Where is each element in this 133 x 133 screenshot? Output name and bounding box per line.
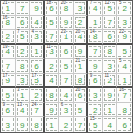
cell-r4c3[interactable]: 1 bbox=[30, 45, 45, 60]
cell-r6c2[interactable]: 3 bbox=[16, 74, 31, 89]
cell-digit: 2 bbox=[122, 5, 126, 13]
cell-digit: 2 bbox=[93, 107, 97, 115]
cell-r1c2[interactable]: 7 bbox=[16, 1, 31, 16]
cell-digit: 2 bbox=[49, 63, 53, 71]
cage-sum: 9 bbox=[89, 74, 93, 79]
cage-sum: 7 bbox=[17, 30, 21, 35]
cage-sum: 23 bbox=[60, 30, 66, 35]
cell-r6c1[interactable]: 179 bbox=[1, 74, 16, 89]
cell-r6c9[interactable]: 1 bbox=[117, 74, 132, 89]
cell-r9c1[interactable]: 3 bbox=[1, 117, 16, 132]
cell-digit: 5 bbox=[93, 122, 97, 130]
cell-r1c7[interactable]: 74 bbox=[88, 1, 103, 16]
cage-sum: 5 bbox=[118, 59, 122, 64]
cell-r2c8[interactable]: 7 bbox=[103, 16, 118, 31]
cell-digit: 8 bbox=[78, 77, 82, 85]
cell-r8c8[interactable]: 1 bbox=[103, 103, 118, 118]
cell-r3c9[interactable]: 229 bbox=[117, 30, 132, 45]
cell-r8c7[interactable]: 2 bbox=[88, 103, 103, 118]
cell-digit: 4 bbox=[49, 77, 53, 85]
cell-r8c1[interactable]: 96 bbox=[1, 103, 16, 118]
cell-digit: 6 bbox=[122, 122, 126, 130]
cell-digit: 3 bbox=[20, 77, 24, 85]
cage-sum: 4 bbox=[31, 30, 35, 35]
cell-r3c1[interactable]: 2 bbox=[1, 30, 16, 45]
cage-sum: 9 bbox=[2, 103, 6, 108]
cell-r1c1[interactable]: 211 bbox=[1, 1, 16, 16]
cell-digit: 2 bbox=[78, 19, 82, 27]
cell-r7c3[interactable]: 2 bbox=[30, 88, 45, 103]
cell-digit: 8 bbox=[6, 19, 10, 27]
cell-r3c8[interactable]: 6 bbox=[103, 30, 118, 45]
cell-digit: 6 bbox=[78, 92, 82, 100]
cell-r5c9[interactable]: 54 bbox=[117, 59, 132, 74]
cell-digit: 3 bbox=[78, 5, 82, 13]
cell-digit: 8 bbox=[20, 63, 24, 71]
cell-r9c7[interactable]: 155 bbox=[88, 117, 103, 132]
cell-digit: 4 bbox=[6, 48, 10, 56]
cell-digit: 2 bbox=[64, 122, 68, 130]
cage-sum: 24 bbox=[31, 103, 37, 108]
cell-digit: 7 bbox=[49, 33, 53, 41]
cell-digit: 7 bbox=[6, 63, 10, 71]
cage-sum: 12 bbox=[104, 1, 110, 6]
cell-digit: 9 bbox=[34, 5, 38, 13]
cell-r6c8[interactable]: 112 bbox=[103, 74, 118, 89]
cell-r5c4[interactable]: 2 bbox=[45, 59, 60, 74]
cell-digit: 1 bbox=[122, 77, 126, 85]
cell-digit: 3 bbox=[93, 92, 97, 100]
cell-r6c4[interactable]: 4 bbox=[45, 74, 60, 89]
cell-r2c2[interactable]: 6 bbox=[16, 16, 31, 31]
cell-digit: 3 bbox=[49, 48, 53, 56]
cage-sum: 21 bbox=[75, 59, 81, 64]
cage-sum: 15 bbox=[89, 117, 95, 122]
cell-r9c8[interactable]: 4 bbox=[103, 117, 118, 132]
cell-r7c8[interactable]: 9 bbox=[103, 88, 118, 103]
cell-digit: 5 bbox=[20, 33, 24, 41]
cell-digit: 9 bbox=[20, 122, 24, 130]
cage-sum: 17 bbox=[2, 74, 8, 79]
cell-r7c1[interactable]: 5 bbox=[1, 88, 16, 103]
cell-r7c6[interactable]: 206 bbox=[74, 88, 89, 103]
cell-digit: 1 bbox=[34, 48, 38, 56]
cell-r8c6[interactable]: 5 bbox=[74, 103, 89, 118]
cage-sum: 20 bbox=[75, 30, 81, 35]
cell-r3c4[interactable]: 7 bbox=[45, 30, 60, 45]
cell-digit: 2 bbox=[6, 33, 10, 41]
cage-sum: 16 bbox=[2, 16, 8, 21]
cell-r6c5[interactable]: 7 bbox=[59, 74, 74, 89]
cell-digit: 7 bbox=[78, 122, 82, 130]
cell-r9c5[interactable]: 2 bbox=[59, 117, 74, 132]
cage-sum: 6 bbox=[60, 103, 64, 108]
cell-digit: 6 bbox=[93, 77, 97, 85]
cell-digit: 4 bbox=[34, 19, 38, 27]
cell-digit: 6 bbox=[107, 33, 111, 41]
cell-digit: 5 bbox=[78, 107, 82, 115]
cell-digit: 5 bbox=[122, 48, 126, 56]
cell-digit: 1 bbox=[6, 5, 10, 13]
cell-r1c8[interactable]: 125 bbox=[103, 1, 118, 16]
cell-r5c6[interactable]: 211 bbox=[74, 59, 89, 74]
cell-digit: 6 bbox=[20, 19, 24, 27]
cell-r5c5[interactable]: 5 bbox=[59, 59, 74, 74]
cell-r2c5[interactable]: 9 bbox=[59, 16, 74, 31]
cell-r6c3[interactable]: 175 bbox=[30, 74, 45, 89]
cell-digit: 5 bbox=[107, 5, 111, 13]
cage-sum: 16 bbox=[118, 88, 124, 93]
cell-digit: 1 bbox=[78, 63, 82, 71]
cell-digit: 2 bbox=[20, 48, 24, 56]
cell-r2c3[interactable]: 4 bbox=[30, 16, 45, 31]
cell-digit: 2 bbox=[34, 92, 38, 100]
cage-sum: 7 bbox=[89, 1, 93, 6]
cell-r1c4[interactable]: 186 bbox=[45, 1, 60, 16]
cell-digit: 7 bbox=[107, 19, 111, 27]
cell-r9c3[interactable]: 8 bbox=[30, 117, 45, 132]
cell-r9c9[interactable]: 6 bbox=[117, 117, 132, 132]
cage-sum: 14 bbox=[89, 30, 95, 35]
killer-sudoku-board: 2117918620837412552168645921732754372312… bbox=[0, 0, 133, 133]
cell-r3c2[interactable]: 75 bbox=[16, 30, 31, 45]
cell-r7c2[interactable]: 31 bbox=[16, 88, 31, 103]
cell-r1c6[interactable]: 3 bbox=[74, 1, 89, 16]
cell-digit: 7 bbox=[93, 48, 97, 56]
cell-r5c1[interactable]: 7 bbox=[1, 59, 16, 74]
cell-digit: 4 bbox=[64, 92, 68, 100]
cell-digit: 9 bbox=[49, 107, 53, 115]
cage-sum: 11 bbox=[46, 45, 52, 50]
cell-digit: 4 bbox=[107, 122, 111, 130]
cell-r4c6[interactable]: 9 bbox=[74, 45, 89, 60]
cell-r4c8[interactable]: 8 bbox=[103, 45, 118, 60]
cell-r4c1[interactable]: 194 bbox=[1, 45, 16, 60]
cell-digit: 3 bbox=[34, 33, 38, 41]
cell-digit: 3 bbox=[122, 19, 126, 27]
cell-r7c9[interactable]: 167 bbox=[117, 88, 132, 103]
cell-digit: 1 bbox=[20, 92, 24, 100]
cell-digit: 8 bbox=[107, 48, 111, 56]
cage-sum: 18 bbox=[46, 1, 52, 6]
cell-digit: 4 bbox=[93, 5, 97, 13]
cell-digit: 6 bbox=[6, 107, 10, 115]
cage-sum: 11 bbox=[104, 74, 110, 79]
cell-r7c7[interactable]: 3 bbox=[88, 88, 103, 103]
cell-r5c3[interactable]: 6 bbox=[30, 59, 45, 74]
cell-r3c6[interactable]: 204 bbox=[74, 30, 89, 45]
cell-r5c7[interactable]: 9 bbox=[88, 59, 103, 74]
cell-r8c4[interactable]: 9 bbox=[45, 103, 60, 118]
cell-digit: 1 bbox=[107, 107, 111, 115]
cell-digit: 7 bbox=[122, 92, 126, 100]
cell-r3c3[interactable]: 43 bbox=[30, 30, 45, 45]
cell-digit: 8 bbox=[34, 122, 38, 130]
cell-r4c4[interactable]: 113 bbox=[45, 45, 60, 60]
cell-r9c6[interactable]: 7 bbox=[74, 117, 89, 132]
cell-digit: 4 bbox=[20, 107, 24, 115]
cell-digit: 3 bbox=[6, 122, 10, 130]
cage-sum: 17 bbox=[31, 74, 37, 79]
cell-r2c1[interactable]: 168 bbox=[1, 16, 16, 31]
cell-digit: 3 bbox=[64, 107, 68, 115]
cell-r4c7[interactable]: 7 bbox=[88, 45, 103, 60]
cell-r5c2[interactable]: 8 bbox=[16, 59, 31, 74]
cell-r3c5[interactable]: 231 bbox=[59, 30, 74, 45]
cell-r7c5[interactable]: 4 bbox=[59, 88, 74, 103]
cell-r4c5[interactable]: 6 bbox=[59, 45, 74, 60]
cell-digit: 3 bbox=[107, 63, 111, 71]
cell-digit: 5 bbox=[49, 19, 53, 27]
cage-sum: 20 bbox=[75, 88, 81, 93]
cell-r5c8[interactable]: 3 bbox=[103, 59, 118, 74]
cell-digit: 1 bbox=[93, 19, 97, 27]
cell-digit: 9 bbox=[107, 92, 111, 100]
cell-digit: 5 bbox=[6, 92, 10, 100]
cell-r6c6[interactable]: 8 bbox=[74, 74, 89, 89]
cage-sum: 20 bbox=[60, 1, 66, 6]
cell-r8c3[interactable]: 247 bbox=[30, 103, 45, 118]
cell-digit: 8 bbox=[64, 5, 68, 13]
cage-sum: 19 bbox=[2, 45, 8, 50]
cell-digit: 5 bbox=[64, 63, 68, 71]
cell-digit: 1 bbox=[49, 122, 53, 130]
cell-digit: 7 bbox=[20, 5, 24, 13]
cell-digit: 9 bbox=[64, 19, 68, 27]
cell-digit: 8 bbox=[49, 92, 53, 100]
cell-digit: 6 bbox=[64, 48, 68, 56]
cell-r1c5[interactable]: 208 bbox=[59, 1, 74, 16]
cell-digit: 8 bbox=[122, 107, 126, 115]
cage-sum: 5 bbox=[118, 1, 122, 6]
cell-r1c3[interactable]: 9 bbox=[30, 1, 45, 16]
cage-sum: 3 bbox=[17, 88, 21, 93]
cage-sum: 22 bbox=[118, 30, 124, 35]
cell-r9c4[interactable]: 1 bbox=[45, 117, 60, 132]
cell-r6c7[interactable]: 96 bbox=[88, 74, 103, 89]
cell-digit: 6 bbox=[34, 63, 38, 71]
cell-digit: 7 bbox=[34, 107, 38, 115]
cell-r8c2[interactable]: 134 bbox=[16, 103, 31, 118]
cell-r7c4[interactable]: 8 bbox=[45, 88, 60, 103]
cell-digit: 9 bbox=[93, 63, 97, 71]
cage-sum: 13 bbox=[17, 103, 23, 108]
cell-r2c4[interactable]: 5 bbox=[45, 16, 60, 31]
cell-digit: 7 bbox=[64, 77, 68, 85]
cell-r9c2[interactable]: 9 bbox=[16, 117, 31, 132]
cell-r2c7[interactable]: 1 bbox=[88, 16, 103, 31]
cell-r3c7[interactable]: 148 bbox=[88, 30, 103, 45]
cell-r8c9[interactable]: 8 bbox=[117, 103, 132, 118]
cell-r2c6[interactable]: 2 bbox=[74, 16, 89, 31]
cell-digit: 4 bbox=[122, 63, 126, 71]
cell-r4c9[interactable]: 5 bbox=[117, 45, 132, 60]
cell-r8c5[interactable]: 63 bbox=[59, 103, 74, 118]
cell-digit: 6 bbox=[49, 5, 53, 13]
cell-digit: 9 bbox=[78, 48, 82, 56]
cell-r1c9[interactable]: 52 bbox=[117, 1, 132, 16]
cage-sum: 21 bbox=[2, 1, 8, 6]
cell-r4c2[interactable]: 2 bbox=[16, 45, 31, 60]
cell-r2c9[interactable]: 3 bbox=[117, 16, 132, 31]
